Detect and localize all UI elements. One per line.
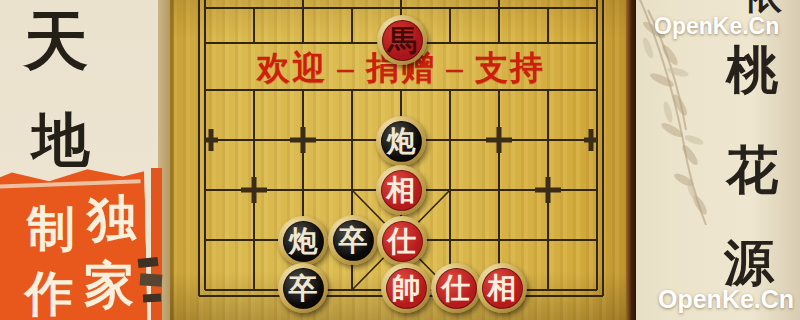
piece-black-cannon-1[interactable]: 炮 (376, 116, 426, 166)
piece-black-horse[interactable]: 馬 (377, 15, 427, 65)
pieces-layer: 馬炮相炮卒仕卒帥仕相 (170, 0, 636, 320)
title-char-tao: 桃 (726, 45, 778, 97)
piece-red-advisor-1[interactable]: 仕 (377, 216, 427, 266)
seal-crack (0, 179, 141, 189)
seal-char-jia: 家 (84, 260, 134, 310)
watermark-top: OpenKe.Cn (654, 13, 779, 40)
seal-char-zuo: 作 (25, 270, 73, 318)
xiangqi-board[interactable]: 欢迎 – 捐赠 – 支持 馬炮相炮卒仕卒帥仕相 (170, 0, 636, 320)
partial-cropped-character: 依 (744, 0, 782, 14)
piece-red-elephant-2[interactable]: 相 (477, 263, 527, 313)
seal-char-du: 独 (87, 194, 137, 244)
watermark-bottom: OpenKe.Cn (658, 285, 794, 314)
piece-glyph: 仕 (382, 221, 423, 262)
piece-glyph: 仕 (436, 268, 477, 309)
right-decor-panel: 依 桃 花 源 OpenKe.Cn OpenKe.Cn (636, 0, 800, 320)
seal-char-zhi: 制 (27, 205, 75, 253)
calligraphy-char-di: 地 (32, 112, 90, 170)
piece-glyph: 卒 (333, 220, 374, 261)
piece-glyph: 炮 (381, 121, 422, 162)
piece-red-elephant-1[interactable]: 相 (376, 165, 426, 215)
piece-red-advisor-2[interactable]: 仕 (431, 263, 481, 313)
piece-black-soldier-2[interactable]: 卒 (278, 263, 328, 313)
piece-red-general[interactable]: 帥 (381, 263, 431, 313)
piece-glyph: 相 (381, 170, 422, 211)
calligraphy-char-tian: 天 (24, 10, 88, 74)
piece-glyph: 卒 (283, 268, 324, 309)
left-decor-panel: 天 地 独 家 制 作 (0, 0, 170, 320)
board-edge-shadow (626, 0, 636, 320)
title-char-yuan: 源 (724, 238, 774, 288)
piece-glyph: 帥 (386, 268, 427, 309)
title-char-hua: 花 (726, 145, 778, 197)
screenshot-stage: 天 地 独 家 制 作 (0, 0, 800, 320)
piece-glyph: 相 (482, 268, 523, 309)
piece-glyph: 炮 (283, 221, 324, 262)
piece-black-cannon-2[interactable]: 炮 (278, 216, 328, 266)
piece-black-soldier-1[interactable]: 卒 (328, 215, 378, 265)
piece-glyph: 馬 (382, 20, 423, 61)
